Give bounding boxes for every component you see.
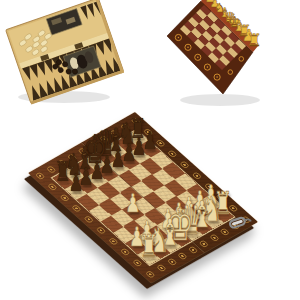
border-ring-ornament [71, 204, 82, 212]
border-ring-ornament [96, 226, 107, 234]
border-ring-ornament [156, 264, 167, 272]
product-photo-chess-set: ♟♟♞♝♛♚♝♜♟♜ ♜♞♝♛♚♝♞♜♟♟♟♟♟♟♟♟♟♟♟♟♟♟♟♟♜♞♝♛♚… [0, 0, 300, 300]
border-ring-ornament [192, 172, 203, 180]
border-ring-ornament [143, 128, 154, 136]
border-ring-ornament [108, 237, 119, 245]
border-ring-ornament [47, 183, 58, 191]
metal-clasp-icon [228, 213, 258, 237]
border-ring-ornament [45, 165, 56, 173]
border-ring-ornament [35, 171, 46, 179]
border-ring-ornament [130, 117, 141, 125]
border-ring-ornament [228, 204, 239, 212]
border-ring-ornament [119, 123, 130, 131]
border-ring-ornament [166, 258, 177, 266]
border-ring-ornament [98, 135, 109, 143]
border-ring-ornament [132, 259, 143, 267]
border-ring-ornament [179, 161, 190, 169]
border-ring-ornament [209, 234, 220, 242]
fold-seam [81, 142, 205, 253]
border-ring-ornament [167, 150, 178, 158]
border-ring-ornament [155, 139, 166, 147]
main-chess-board [0, 0, 300, 300]
border-ring-ornament [109, 129, 120, 137]
border-ring-ornament [67, 153, 78, 161]
border-ring-ornament [145, 270, 156, 278]
border-ring-ornament [216, 193, 227, 201]
border-ring-ornament [56, 159, 67, 167]
border-ring-ornament [59, 193, 70, 201]
border-ring-ornament [120, 248, 131, 256]
border-ring-ornament [84, 215, 95, 223]
chess-board [28, 112, 258, 283]
border-ring-ornament [177, 252, 188, 260]
border-ring-ornament [204, 182, 215, 190]
